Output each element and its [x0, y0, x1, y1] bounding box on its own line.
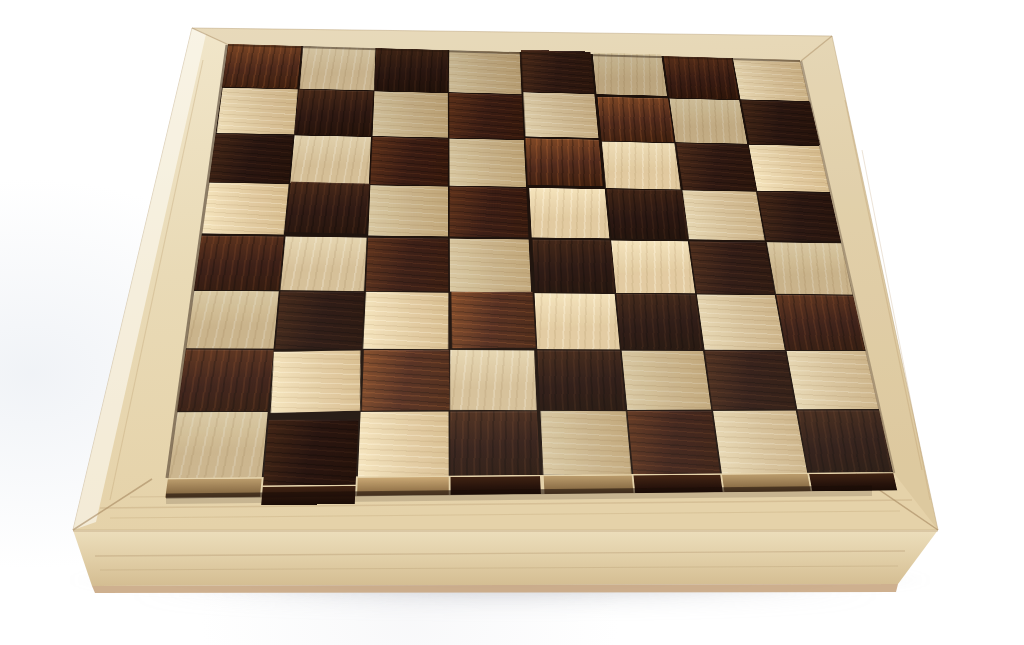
square-r3c2: [290, 136, 371, 185]
square-r3c6: [602, 142, 681, 190]
square-r2c8: [741, 101, 820, 146]
wood-grain-front-face: [95, 551, 905, 556]
square-r1c7: [664, 56, 739, 99]
square-r6c8: [776, 295, 865, 350]
miter-joint-top-right: [801, 36, 832, 61]
square-r8c4: [451, 411, 541, 475]
square-r4c6: [606, 190, 688, 240]
square-r2c7: [669, 99, 747, 144]
square-r6c5: [534, 293, 619, 349]
square-r2c3: [373, 91, 448, 137]
square-r3c5: [525, 139, 603, 187]
square-r5c6: [611, 240, 695, 293]
square-r2c2: [295, 90, 374, 137]
square-r3c4: [450, 139, 527, 187]
miter-joint-top-left: [192, 28, 229, 45]
square-r1c8: [733, 58, 809, 101]
square-r3c7: [676, 144, 756, 191]
square-r1c5: [520, 50, 593, 93]
square-r8c2: [263, 420, 358, 486]
square-r4c7: [682, 191, 764, 241]
square-r4c3: [369, 186, 449, 237]
square-r5c7: [689, 241, 774, 293]
square-r6c2: [276, 291, 365, 348]
square-r8c8: [798, 410, 893, 472]
square-r7c5: [537, 350, 625, 410]
square-r1c2: [300, 46, 376, 90]
square-r1c4: [450, 50, 522, 94]
square-r2c4: [450, 93, 524, 139]
tile-front-face-c3: [358, 477, 450, 496]
wood-grain-bottom-rail: [100, 500, 912, 508]
square-r6c3: [364, 292, 449, 349]
square-r7c8: [787, 351, 879, 409]
tile-front-face-c1: [165, 479, 261, 498]
board-photo: [0, 0, 1024, 645]
board-shadow-soft: [120, 588, 890, 606]
square-r3c8: [749, 145, 830, 192]
square-r7c3: [362, 350, 450, 411]
tile-front-face-c5: [543, 476, 633, 494]
square-r7c6: [621, 350, 710, 409]
square-r8c7: [713, 411, 807, 474]
square-r5c3: [366, 237, 448, 291]
board: [165, 44, 897, 498]
square-r7c1: [177, 349, 273, 410]
square-r7c2: [271, 350, 360, 412]
wood-grain-bottom-rail: [110, 511, 900, 518]
square-r5c5: [532, 239, 615, 292]
square-r4c2: [285, 182, 369, 234]
square-r3c3: [371, 137, 449, 186]
tile-front-face-c2: [261, 486, 355, 505]
square-r5c1: [194, 235, 284, 290]
square-r4c1: [202, 183, 289, 235]
square-r1c6: [592, 53, 666, 96]
miter-joint-bottom-left: [73, 479, 152, 530]
square-r7c7: [705, 351, 795, 410]
square-r8c1: [168, 412, 268, 478]
square-r4c8: [757, 192, 840, 242]
square-r5c4: [450, 238, 531, 292]
squares-grid: [168, 44, 893, 478]
square-r8c5: [540, 411, 631, 475]
square-r4c5: [529, 188, 609, 238]
square-r5c8: [767, 242, 853, 294]
square-r7c4: [451, 350, 537, 410]
tile-front-face-c8: [809, 473, 897, 491]
wood-grain-front-face: [100, 566, 898, 570]
tile-front-face-c4: [451, 476, 541, 495]
square-r1c1: [222, 44, 301, 89]
square-r8c3: [358, 412, 449, 477]
square-r4c4: [450, 187, 529, 238]
square-r6c4: [452, 292, 537, 348]
square-r1c3: [375, 48, 448, 92]
square-r8c6: [627, 411, 720, 474]
tile-front-face-c7: [722, 474, 810, 492]
square-r6c6: [616, 293, 702, 349]
tile-front-face-c6: [633, 475, 722, 493]
square-r6c7: [697, 294, 785, 349]
square-r5c2: [281, 236, 367, 291]
square-r2c6: [597, 97, 674, 142]
square-r2c5: [522, 92, 597, 138]
square-r2c1: [217, 88, 298, 134]
square-r6c1: [186, 290, 279, 348]
square-r3c1: [209, 134, 293, 183]
